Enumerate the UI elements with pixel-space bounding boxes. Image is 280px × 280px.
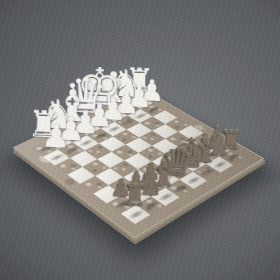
- rook-glyph: ♜: [121, 180, 148, 210]
- product-photo: ♜♞♝♛♚♝♞♜♟♟♟♟♟♟♟♟♟♟♟♟♟♟♟♟♜♞♝♛♚♝♞♜: [0, 0, 280, 280]
- board-pieces-layer: ♜♞♝♛♚♝♞♜♟♟♟♟♟♟♟♟♟♟♟♟♟♟♟♟♜♞♝♛♚♝♞♜: [14, 88, 263, 237]
- chess-board: ♜♞♝♛♚♝♞♜♟♟♟♟♟♟♟♟♟♟♟♟♟♟♟♟♜♞♝♛♚♝♞♜: [13, 87, 264, 238]
- photo-scene: ♜♞♝♛♚♝♞♜♟♟♟♟♟♟♟♟♟♟♟♟♟♟♟♟♜♞♝♛♚♝♞♜: [0, 0, 280, 280]
- piece-contact-shadow: [125, 208, 146, 221]
- pawn-glyph: ♟: [40, 119, 70, 152]
